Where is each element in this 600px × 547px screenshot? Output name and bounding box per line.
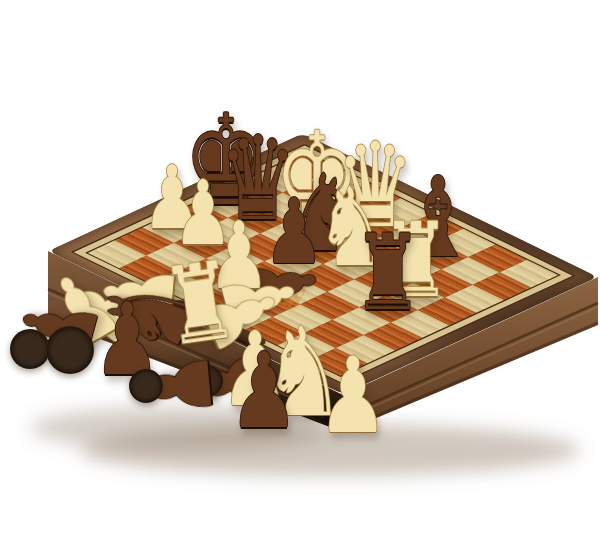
black-rook-d2[interactable]: ♜	[353, 221, 423, 326]
fallen-piece-felt-base[interactable]	[46, 326, 94, 374]
fallen-piece-felt-base[interactable]	[10, 329, 50, 369]
chess-set-photo: ♟♚♟♛♚♟♟♞♛♞♝♜♜♟♟♟♟♞♟♟♜♟♟♟♟♟♟♞♟	[0, 0, 600, 547]
black-pawn[interactable]: ♟	[229, 339, 299, 444]
white-pawn[interactable]: ♟	[318, 344, 389, 449]
fallen-piece-felt-base[interactable]	[129, 369, 163, 403]
